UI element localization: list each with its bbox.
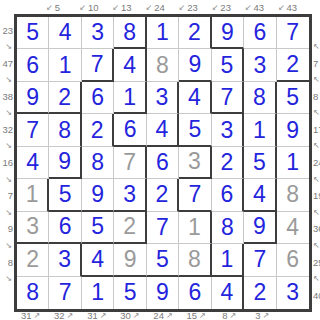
clue-value: 9 — [8, 224, 13, 234]
cell-r3c6[interactable]: 4 — [179, 82, 211, 114]
cell-r3c4[interactable]: 1 — [114, 82, 146, 114]
arrow-down-left-icon: ↙ — [278, 4, 285, 12]
cell-r3c9[interactable]: 5 — [277, 82, 309, 114]
clue-value: 32 — [2, 125, 13, 135]
clue-value: 40 — [313, 291, 320, 301]
clue-bottom-col7: 8↗ — [213, 312, 246, 320]
arrow-up-left-icon: ↖ — [313, 209, 320, 217]
cell-r7c4[interactable]: 2 — [114, 212, 146, 244]
cell-r5c7[interactable]: 2 — [212, 147, 244, 179]
cell-r3c3[interactable]: 6 — [82, 82, 114, 114]
clue-value: 8 — [313, 92, 318, 102]
cell-r8c1[interactable]: 2 — [17, 244, 49, 276]
clue-value: 5 — [55, 3, 60, 13]
cell-r9c4[interactable]: 5 — [114, 277, 146, 309]
cell-r9c3[interactable]: 1 — [82, 277, 114, 309]
cell-r8c3[interactable]: 4 — [82, 244, 114, 276]
cell-r5c3[interactable]: 8 — [82, 147, 114, 179]
cell-r3c7[interactable]: 7 — [212, 82, 244, 114]
cell-r4c6[interactable]: 5 — [179, 114, 211, 146]
cell-r7c6[interactable]: 1 — [179, 212, 211, 244]
clue-top-col5: ↙24 — [145, 2, 178, 13]
clue-left-row8: 8↘ — [0, 246, 13, 279]
cell-r1c7[interactable]: 9 — [212, 17, 244, 49]
clue-value: 24 — [154, 3, 165, 13]
clue-left-row6: 7↘ — [0, 180, 13, 213]
cell-r4c2[interactable]: 8 — [49, 114, 81, 146]
cell-r4c8[interactable]: 1 — [244, 114, 276, 146]
clue-top-col6: ↙23 — [179, 2, 212, 13]
cell-r1c8[interactable]: 6 — [244, 17, 276, 49]
clue-value: 31 — [87, 311, 98, 320]
arrow-up-left-icon: ↖ — [313, 76, 320, 84]
arrow-up-right-icon: ↗ — [33, 312, 40, 320]
cell-r1c9[interactable]: 7 — [277, 17, 309, 49]
clue-value: 17 — [313, 125, 320, 135]
clue-left-row7: 9↘ — [0, 213, 13, 246]
clue-bottom-col2: 32↗ — [47, 312, 80, 320]
clue-value: 10 — [88, 3, 99, 13]
cell-r9c6[interactable]: 6 — [179, 277, 211, 309]
cell-r6c3[interactable]: 9 — [82, 179, 114, 211]
cell-r9c1[interactable]: 8 — [17, 277, 49, 309]
cell-r3c8[interactable]: 8 — [244, 82, 276, 114]
clue-left-row1: 23↘ — [0, 14, 13, 47]
cell-r6c8[interactable]: 4 — [244, 179, 276, 211]
clue-value: 43 — [253, 3, 264, 13]
clue-bottom-col4: 30↗ — [113, 312, 146, 320]
cell-r8c6[interactable]: 8 — [179, 244, 211, 276]
clue-value: 7 — [313, 59, 318, 69]
arrow-up-right-icon: ↗ — [166, 312, 173, 320]
cell-r6c5[interactable]: 2 — [147, 179, 179, 211]
cell-r6c4[interactable]: 3 — [114, 179, 146, 211]
clue-value: 23 — [2, 26, 13, 36]
cell-r6c1[interactable]: 1 — [17, 179, 49, 211]
arrow-down-left-icon: ↙ — [212, 4, 219, 12]
arrow-up-right-icon: ↗ — [100, 312, 107, 320]
cell-r3c5[interactable]: 3 — [147, 82, 179, 114]
clue-value: 15 — [186, 311, 197, 320]
cell-r8c9[interactable]: 6 — [277, 244, 309, 276]
clue-bottom-col6: 15↗ — [180, 312, 213, 320]
cell-r6c7[interactable]: 6 — [212, 179, 244, 211]
little-killer-jigsaw-sudoku-screen: 5438129676174895329261347857826453194987… — [0, 0, 320, 320]
cell-r8c2[interactable]: 3 — [49, 244, 81, 276]
cell-r4c5[interactable]: 4 — [147, 114, 179, 146]
clue-bottom-col1: 31↗ — [14, 312, 47, 320]
cell-r8c7[interactable]: 1 — [212, 244, 244, 276]
cell-r6c2[interactable]: 5 — [49, 179, 81, 211]
clue-value: 13 — [121, 3, 132, 13]
cell-r5c6[interactable]: 3 — [179, 147, 211, 179]
clue-top-col3: ↙10 — [79, 2, 112, 13]
arrow-up-left-icon: ↖ — [313, 176, 320, 184]
sudoku-board: 5438129676174895329261347857826453194987… — [14, 14, 312, 312]
cell-r1c2[interactable]: 4 — [49, 17, 81, 49]
clue-left-row3: 38↘ — [0, 80, 13, 113]
cell-r4c7[interactable]: 3 — [212, 114, 244, 146]
clue-top-col8: ↙43 — [245, 2, 278, 13]
arrow-up-right-icon: ↗ — [133, 312, 140, 320]
clue-value: 25 — [313, 258, 320, 268]
cell-r5c4[interactable]: 7 — [114, 147, 146, 179]
clue-value: 36 — [313, 224, 320, 234]
cell-r5c5[interactable]: 6 — [147, 147, 179, 179]
cell-r9c2[interactable]: 7 — [49, 277, 81, 309]
arrow-down-left-icon: ↙ — [179, 4, 186, 12]
arrow-up-left-icon: ↖ — [313, 109, 320, 117]
arrow-down-left-icon: ↙ — [46, 4, 53, 12]
cell-r7c7[interactable]: 8 — [212, 212, 244, 244]
arrow-up-left-icon: ↖ — [313, 275, 320, 283]
clue-bottom-col3: 31↗ — [80, 312, 113, 320]
cell-r5c9[interactable]: 1 — [277, 147, 309, 179]
cell-r2c1[interactable]: 6 — [17, 49, 49, 81]
cell-r4c3[interactable]: 2 — [82, 114, 114, 146]
clue-left-row2: 47↘ — [0, 47, 13, 80]
cell-r5c8[interactable]: 5 — [244, 147, 276, 179]
cell-r7c9[interactable]: 4 — [277, 212, 309, 244]
clue-value: 30 — [120, 311, 131, 320]
cell-r2c8[interactable]: 3 — [244, 49, 276, 81]
cell-r1c3[interactable]: 3 — [82, 17, 114, 49]
clue-value: 32 — [54, 311, 65, 320]
cell-r2c4[interactable]: 4 — [114, 49, 146, 81]
clue-left-row5: 16↘ — [0, 146, 13, 179]
clue-bottom-col8: 3↗ — [246, 312, 279, 320]
cell-r9c8[interactable]: 2 — [244, 277, 276, 309]
cell-r7c5[interactable]: 7 — [147, 212, 179, 244]
cell-r1c5[interactable]: 1 — [147, 17, 179, 49]
cell-r8c4[interactable]: 9 — [114, 244, 146, 276]
arrow-up-left-icon: ↖ — [313, 43, 320, 51]
cell-r7c3[interactable]: 5 — [82, 212, 114, 244]
clue-value: 47 — [2, 59, 13, 69]
clue-top-col9: ↙43 — [278, 2, 311, 13]
cell-r4c1[interactable]: 7 — [17, 114, 49, 146]
clue-value: 19 — [313, 191, 320, 201]
clue-value: 3 — [255, 311, 260, 320]
cell-r2c3[interactable]: 7 — [82, 49, 114, 81]
cell-r7c2[interactable]: 6 — [49, 212, 81, 244]
cell-r6c9[interactable]: 8 — [277, 179, 309, 211]
clue-value: 23 — [220, 3, 231, 13]
cell-r5c1[interactable]: 4 — [17, 147, 49, 179]
clue-top-col7: ↙23 — [212, 2, 245, 13]
clue-value: 16 — [2, 158, 13, 168]
cell-r4c9[interactable]: 9 — [277, 114, 309, 146]
cell-r9c7[interactable]: 4 — [212, 277, 244, 309]
clue-value: 8 — [8, 258, 13, 268]
cell-r2c6[interactable]: 9 — [179, 49, 211, 81]
clue-value: 8 — [222, 311, 227, 320]
cell-r1c1[interactable]: 5 — [17, 17, 49, 49]
clue-left-row4: 32↘ — [0, 113, 13, 146]
arrow-up-right-icon: ↗ — [199, 312, 206, 320]
clue-value: 24 — [153, 311, 164, 320]
arrow-down-left-icon: ↙ — [145, 4, 152, 12]
clue-value: 23 — [187, 3, 198, 13]
cell-r2c7[interactable]: 5 — [212, 49, 244, 81]
clue-value: 38 — [2, 92, 13, 102]
arrow-down-left-icon: ↙ — [79, 4, 86, 12]
cell-r3c1[interactable]: 9 — [17, 82, 49, 114]
arrow-down-right-icon: ↘ — [5, 275, 12, 283]
arrow-down-left-icon: ↙ — [112, 4, 119, 12]
cell-r7c1[interactable]: 3 — [17, 212, 49, 244]
clue-right-row9: 40↖ — [313, 279, 320, 312]
arrow-up-left-icon: ↖ — [313, 242, 320, 250]
arrow-up-right-icon: ↗ — [263, 312, 270, 320]
clue-value: 43 — [287, 3, 298, 13]
clue-value: 24 — [313, 158, 320, 168]
cell-r4c4[interactable]: 6 — [114, 114, 146, 146]
cell-r9c5[interactable]: 9 — [147, 277, 179, 309]
cell-r2c2[interactable]: 1 — [49, 49, 81, 81]
clue-top-col2: ↙5 — [46, 2, 79, 13]
cell-r9c9[interactable]: 3 — [277, 277, 309, 309]
clue-top-col4: ↙13 — [112, 2, 145, 13]
arrow-down-left-icon: ↙ — [245, 4, 252, 12]
cell-r8c8[interactable]: 7 — [244, 244, 276, 276]
arrow-up-left-icon: ↖ — [313, 142, 320, 150]
clue-value: 7 — [8, 191, 13, 201]
cell-r5c2[interactable]: 9 — [49, 147, 81, 179]
cell-r2c5[interactable]: 8 — [147, 49, 179, 81]
cell-r6c6[interactable]: 7 — [179, 179, 211, 211]
clue-bottom-col5: 24↗ — [146, 312, 179, 320]
cell-r2c9[interactable]: 2 — [277, 49, 309, 81]
arrow-up-right-icon: ↗ — [230, 312, 237, 320]
clue-value: 31 — [21, 311, 32, 320]
cell-r8c5[interactable]: 5 — [147, 244, 179, 276]
cell-r1c6[interactable]: 2 — [179, 17, 211, 49]
arrow-up-right-icon: ↗ — [67, 312, 74, 320]
cell-r1c4[interactable]: 8 — [114, 17, 146, 49]
cell-r3c2[interactable]: 2 — [49, 82, 81, 114]
cell-r7c8[interactable]: 9 — [244, 212, 276, 244]
